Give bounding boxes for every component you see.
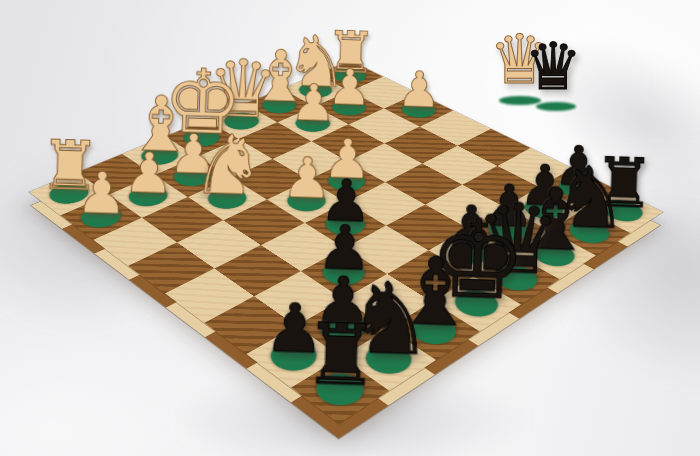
square-a4[interactable] [420, 111, 491, 146]
white-knight-f3[interactable]: ♞ [190, 123, 266, 207]
square-b4[interactable] [384, 127, 457, 164]
felt-base [134, 142, 185, 168]
felt-base [256, 94, 303, 117]
white-pawn-b2[interactable]: ♟ [327, 62, 373, 113]
white-queen-d1[interactable]: ♛ [206, 49, 279, 130]
square-c1[interactable]: ♝ [245, 89, 315, 122]
felt-base [293, 79, 339, 100]
white-bishop-c1[interactable]: ♝ [248, 41, 313, 113]
white-king-e1[interactable]: ♚ [162, 57, 244, 148]
square-d2[interactable] [238, 122, 311, 159]
square-c3[interactable] [311, 124, 384, 161]
board-position-wrapper: ♜♞♝♛♚♝♞♜♟♟♟♟♟♟♟♟♟♟♟♞♟♟♟♟♟♜♞♝♛♚♝♜ [115, 0, 577, 433]
felt-base [166, 163, 218, 191]
square-a3[interactable]: ♟ [384, 93, 454, 126]
white-pawn-g2[interactable]: ♟ [123, 145, 175, 203]
black-rook-h8[interactable]: ♜ [302, 312, 380, 399]
white-bishop-f1[interactable]: ♝ [126, 86, 196, 164]
photo-backdrop: ♛ ♛ ♜♞♝♛♚♝♞♜♟♟♟♟♟♟♟♟♟♟♟♞♟♟♟♟♟♜♞♝♛♚♝♜ [0, 0, 700, 456]
square-a5[interactable] [458, 129, 531, 166]
chess-board[interactable]: ♜♞♝♛♚♝♞♜♟♟♟♟♟♟♟♟♟♟♟♞♟♟♟♟♟♜♞♝♛♚♝♜ [29, 61, 662, 424]
white-pawn-c2[interactable]: ♟ [290, 77, 337, 129]
felt-base [121, 182, 175, 211]
square-b1[interactable]: ♞ [282, 75, 350, 107]
white-rook-a1[interactable]: ♜ [324, 24, 377, 83]
white-knight-b1[interactable]: ♞ [284, 26, 349, 98]
square-f1[interactable]: ♝ [122, 137, 197, 175]
white-pawn-f2[interactable]: ♟ [168, 126, 219, 182]
square-a2[interactable] [349, 77, 417, 109]
square-b2[interactable]: ♟ [314, 91, 384, 124]
square-c2[interactable]: ♟ [277, 106, 348, 141]
felt-base [289, 112, 337, 136]
felt-base [327, 65, 372, 86]
square-e1[interactable]: ♚ [165, 120, 238, 157]
white-pawn-a3[interactable]: ♟ [396, 65, 442, 116]
felt-base [325, 96, 372, 119]
square-d1[interactable]: ♛ [206, 104, 277, 139]
board-3d-tilt: ♜♞♝♛♚♝♞♜♟♟♟♟♟♟♟♟♟♟♟♞♟♟♟♟♟♜♞♝♛♚♝♜ [29, 61, 662, 424]
square-e2[interactable] [197, 139, 272, 178]
felt-base [395, 98, 442, 121]
square-b3[interactable] [348, 108, 419, 143]
square-a1[interactable]: ♜ [317, 61, 383, 91]
felt-base [177, 126, 227, 151]
felt-base [217, 109, 265, 133]
white-pawn-h2[interactable]: ♟ [75, 164, 128, 223]
